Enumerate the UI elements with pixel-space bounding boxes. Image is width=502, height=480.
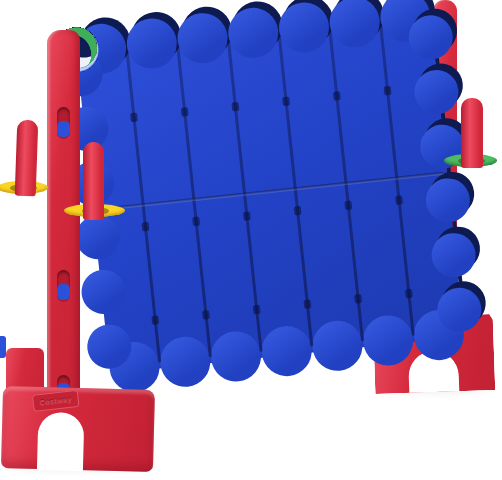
peg-rod-left-outer <box>15 120 39 197</box>
brand-badge: Costway <box>32 390 80 412</box>
blue-clip-icon <box>0 336 6 358</box>
left-foot-arch <box>37 412 85 471</box>
blue-clip-icon <box>57 284 70 300</box>
front-left-leg <box>47 30 80 426</box>
blue-clip-icon <box>57 121 70 137</box>
peg-rod-right <box>461 98 483 168</box>
clip-slot <box>57 270 70 302</box>
board-grid <box>76 10 464 373</box>
clip-slot <box>57 107 70 139</box>
brand-badge-text: Costway <box>39 396 72 407</box>
peg-rod-left-inner <box>83 142 104 220</box>
product-photo-connect-four: Costway <box>0 0 502 480</box>
game-board <box>73 0 467 384</box>
left-foot: Costway <box>1 386 155 472</box>
